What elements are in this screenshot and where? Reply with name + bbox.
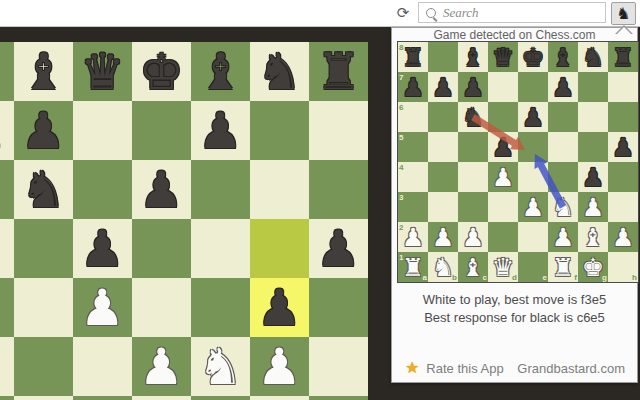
square-b2[interactable]: ♟ xyxy=(0,396,14,400)
square-h8[interactable]: ♜ xyxy=(309,42,368,101)
chessboard-large[interactable]: ♜♝♛♚♝♞♜♟♟♟♟♞♟♟♟♟♟♟♞♟♟♟♟♟♝♟♜♞♝♛♜♚ xyxy=(0,42,368,400)
square-h6 xyxy=(608,102,638,132)
square-a4: 4 xyxy=(398,162,428,192)
black-pawn: ♟ xyxy=(518,102,548,132)
square-g6[interactable] xyxy=(250,160,309,219)
square-e2[interactable] xyxy=(132,396,191,400)
rank-label-6: 6 xyxy=(399,103,403,112)
square-f6 xyxy=(548,102,578,132)
white-pawn[interactable]: ♟ xyxy=(73,278,132,337)
square-f3: ♞ xyxy=(548,192,578,222)
square-d6[interactable] xyxy=(73,160,132,219)
black-bishop: ♝ xyxy=(458,42,488,72)
square-g2[interactable]: ♝ xyxy=(250,396,309,400)
chessboard-mini: ♜8♝♛♚♝♞♜♟7♟♟♟6♞♟5♟♟4♟♟3♟♞♟♟2♟♟♟♝♟♜1a♞b♝c… xyxy=(398,42,638,282)
square-b6[interactable] xyxy=(0,160,14,219)
file-label-a: a xyxy=(423,273,427,282)
square-c8[interactable]: ♝ xyxy=(14,42,73,101)
white-knight: ♞ xyxy=(548,192,578,222)
black-pawn[interactable]: ♟ xyxy=(191,101,250,160)
square-h4 xyxy=(608,162,638,192)
square-c7[interactable]: ♟ xyxy=(14,101,73,160)
white-pawn: ♟ xyxy=(578,192,608,222)
square-g4: ♟ xyxy=(578,162,608,192)
popup-arrow-notch-fill xyxy=(617,27,631,34)
square-b4[interactable] xyxy=(0,278,14,337)
black-king: ♚ xyxy=(518,42,548,72)
white-pawn[interactable]: ♟ xyxy=(132,337,191,396)
white-pawn: ♟ xyxy=(608,222,638,252)
square-d4: ♟ xyxy=(488,162,518,192)
square-e7 xyxy=(518,72,548,102)
square-f2: ♟ xyxy=(548,222,578,252)
square-c8: ♝ xyxy=(458,42,488,72)
square-c7: ♟ xyxy=(458,72,488,102)
popup-header: Game detected on Chess.com xyxy=(392,28,637,41)
black-queen: ♛ xyxy=(488,42,518,72)
square-f7: ♟ xyxy=(548,72,578,102)
black-queen[interactable]: ♛ xyxy=(73,42,132,101)
search-input[interactable] xyxy=(441,4,605,22)
black-pawn[interactable]: ♟ xyxy=(73,219,132,278)
square-g8: ♞ xyxy=(578,42,608,72)
black-knight: ♞ xyxy=(578,42,608,72)
square-b8 xyxy=(428,42,458,72)
square-c3 xyxy=(458,192,488,222)
black-pawn[interactable]: ♟ xyxy=(250,278,309,337)
square-d4[interactable]: ♟ xyxy=(73,278,132,337)
file-label-h: h xyxy=(632,273,637,282)
popup-footer: ★ Rate this App Grandbastard.com xyxy=(405,360,625,376)
square-a5: 5 xyxy=(398,132,428,162)
square-b8[interactable] xyxy=(0,42,14,101)
white-bishop[interactable]: ♝ xyxy=(250,396,309,400)
square-e3[interactable]: ♟ xyxy=(132,337,191,396)
square-a7: ♟7 xyxy=(398,72,428,102)
square-d7[interactable] xyxy=(73,101,132,160)
square-c1: ♝c xyxy=(458,252,488,282)
square-g5[interactable] xyxy=(250,219,309,278)
rate-this-app-link[interactable]: ★ Rate this App xyxy=(405,360,504,376)
square-g2: ♝ xyxy=(578,222,608,252)
square-h5[interactable]: ♟ xyxy=(309,219,368,278)
square-g3: ♟ xyxy=(578,192,608,222)
white-pawn: ♟ xyxy=(548,222,578,252)
square-d5[interactable]: ♟ xyxy=(73,219,132,278)
square-e6: ♟ xyxy=(518,102,548,132)
square-d2[interactable] xyxy=(73,396,132,400)
square-f8[interactable]: ♝ xyxy=(191,42,250,101)
square-c6: ♞ xyxy=(458,102,488,132)
file-label-d: d xyxy=(512,273,517,282)
square-f5 xyxy=(548,132,578,162)
square-e8: ♚ xyxy=(518,42,548,72)
black-rook[interactable]: ♜ xyxy=(309,42,368,101)
black-pawn: ♟ xyxy=(458,72,488,102)
square-h7 xyxy=(608,72,638,102)
black-pawn: ♟ xyxy=(548,72,578,102)
square-b3[interactable] xyxy=(0,337,14,396)
square-d5: ♟ xyxy=(488,132,518,162)
square-h2[interactable]: ♟ xyxy=(309,396,368,400)
best-move-line: White to play, best move is f3e5 xyxy=(392,291,637,309)
file-label-f: f xyxy=(574,273,577,282)
square-e5[interactable] xyxy=(132,219,191,278)
rank-label-8: 8 xyxy=(399,43,403,52)
black-pawn: ♟ xyxy=(578,162,608,192)
black-bishop[interactable]: ♝ xyxy=(191,42,250,101)
square-h3[interactable] xyxy=(309,337,368,396)
square-e6[interactable]: ♟ xyxy=(132,160,191,219)
grandbastard-link[interactable]: Grandbastard.com xyxy=(517,361,625,376)
square-g7 xyxy=(578,72,608,102)
extension-popup: Game detected on Chess.com ♜8♝♛♚♝♞♜♟7♟♟♟… xyxy=(391,27,638,383)
white-pawn[interactable]: ♟ xyxy=(250,337,309,396)
white-pawn: ♟ xyxy=(518,192,548,222)
square-f6[interactable] xyxy=(191,160,250,219)
square-d8[interactable]: ♛ xyxy=(73,42,132,101)
black-knight[interactable]: ♞ xyxy=(14,160,73,219)
black-king[interactable]: ♚ xyxy=(132,42,191,101)
file-label-b: b xyxy=(452,273,457,282)
white-bishop: ♝ xyxy=(578,222,608,252)
file-label-e: e xyxy=(543,273,547,282)
square-d2 xyxy=(488,222,518,252)
square-f7[interactable]: ♟ xyxy=(191,101,250,160)
square-f2[interactable]: ♟ xyxy=(191,396,250,400)
white-pawn: ♟ xyxy=(458,222,488,252)
square-f4[interactable] xyxy=(191,278,250,337)
square-b5 xyxy=(428,132,458,162)
square-e7[interactable] xyxy=(132,101,191,160)
square-b3 xyxy=(428,192,458,222)
rank-label-7: 7 xyxy=(399,73,403,82)
white-pawn[interactable]: ♟ xyxy=(14,396,73,400)
square-c2: ♟ xyxy=(458,222,488,252)
square-d8: ♛ xyxy=(488,42,518,72)
square-b5[interactable] xyxy=(0,219,14,278)
square-e3: ♟ xyxy=(518,192,548,222)
square-h2: ♟ xyxy=(608,222,638,252)
square-b6 xyxy=(428,102,458,132)
square-g4[interactable]: ♟ xyxy=(250,278,309,337)
square-e8[interactable]: ♚ xyxy=(132,42,191,101)
square-f4 xyxy=(548,162,578,192)
rank-label-5: 5 xyxy=(399,133,403,142)
rank-label-2: 2 xyxy=(399,223,403,232)
white-pawn: ♟ xyxy=(428,222,458,252)
square-f8: ♝ xyxy=(548,42,578,72)
search-icon xyxy=(426,8,436,18)
square-a1: ♜1a xyxy=(398,252,428,282)
square-g5 xyxy=(578,132,608,162)
square-c5[interactable] xyxy=(14,219,73,278)
square-h8: ♜ xyxy=(608,42,638,72)
chess-extension-icon[interactable]: ♞ xyxy=(611,2,636,25)
white-knight[interactable]: ♞ xyxy=(191,337,250,396)
square-b7: ♟ xyxy=(428,72,458,102)
square-g1: ♚g xyxy=(578,252,608,282)
black-pawn: ♟ xyxy=(488,132,518,162)
square-e4[interactable] xyxy=(132,278,191,337)
square-h1: h xyxy=(608,252,638,282)
black-pawn[interactable]: ♟ xyxy=(309,219,368,278)
square-a3: 3 xyxy=(398,192,428,222)
square-a8: ♜8 xyxy=(398,42,428,72)
black-bishop: ♝ xyxy=(548,42,578,72)
white-pawn: ♟ xyxy=(488,162,518,192)
square-e1: e xyxy=(518,252,548,282)
square-c4 xyxy=(458,162,488,192)
square-g8[interactable]: ♞ xyxy=(250,42,309,101)
square-e5 xyxy=(518,132,548,162)
black-knight[interactable]: ♞ xyxy=(250,42,309,101)
square-b4 xyxy=(428,162,458,192)
star-icon: ★ xyxy=(405,360,419,376)
black-pawn[interactable]: ♟ xyxy=(132,160,191,219)
square-h6[interactable] xyxy=(309,160,368,219)
white-pawn[interactable]: ♟ xyxy=(309,396,368,400)
rate-label: Rate this App xyxy=(426,361,503,376)
white-pawn[interactable]: ♟ xyxy=(191,396,250,400)
square-g7[interactable] xyxy=(250,101,309,160)
square-c5 xyxy=(458,132,488,162)
square-c6[interactable]: ♞ xyxy=(14,160,73,219)
best-response-line: Best response for black is c6e5 xyxy=(392,309,637,327)
rank-label-1: 1 xyxy=(399,253,403,262)
square-a2: ♟2 xyxy=(398,222,428,252)
black-pawn: ♟ xyxy=(428,72,458,102)
square-h7[interactable] xyxy=(309,101,368,160)
square-h5: ♟ xyxy=(608,132,638,162)
rank-label-4: 4 xyxy=(399,163,403,172)
black-pawn[interactable]: ♟ xyxy=(0,101,14,160)
file-label-c: c xyxy=(483,273,487,282)
square-d7 xyxy=(488,72,518,102)
black-pawn[interactable]: ♟ xyxy=(14,101,73,160)
square-c3[interactable] xyxy=(14,337,73,396)
analysis-text: White to play, best move is f3e5 Best re… xyxy=(392,291,637,327)
square-a6: 6 xyxy=(398,102,428,132)
square-b1: ♞b xyxy=(428,252,458,282)
square-b7[interactable]: ♟ xyxy=(0,101,14,160)
black-rook: ♜ xyxy=(608,42,638,72)
file-label-g: g xyxy=(602,273,607,282)
square-c2[interactable]: ♟ xyxy=(14,396,73,400)
white-pawn[interactable]: ♟ xyxy=(0,396,14,400)
black-bishop[interactable]: ♝ xyxy=(14,42,73,101)
square-e4 xyxy=(518,162,548,192)
black-knight: ♞ xyxy=(458,102,488,132)
search-box[interactable] xyxy=(418,2,606,23)
square-h4[interactable] xyxy=(309,278,368,337)
square-h3 xyxy=(608,192,638,222)
square-d3 xyxy=(488,192,518,222)
chessboard-mini-wrap: ♜8♝♛♚♝♞♜♟7♟♟♟6♞♟5♟♟4♟♟3♟♞♟♟2♟♟♟♝♟♜1a♞b♝c… xyxy=(397,41,639,283)
square-g6 xyxy=(578,102,608,132)
square-c4[interactable] xyxy=(14,278,73,337)
square-d3[interactable] xyxy=(73,337,132,396)
square-f1: ♜f xyxy=(548,252,578,282)
browser-window: ♜♝♛♚♝♞♜♟♟♟♟♞♟♟♟♟♟♟♞♟♟♟♟♟♝♟♜♞♝♛♜♚ ⟳ ♞ Gam… xyxy=(0,0,640,400)
square-d6 xyxy=(488,102,518,132)
square-d1: ♛d xyxy=(488,252,518,282)
browser-toolbar: ⟳ ♞ xyxy=(0,0,640,27)
square-b2: ♟ xyxy=(428,222,458,252)
refresh-icon[interactable]: ⟳ xyxy=(394,3,412,23)
square-f3[interactable]: ♞ xyxy=(191,337,250,396)
square-f5[interactable] xyxy=(191,219,250,278)
rank-label-3: 3 xyxy=(399,193,403,202)
square-g3[interactable]: ♟ xyxy=(250,337,309,396)
square-e2 xyxy=(518,222,548,252)
black-pawn: ♟ xyxy=(608,132,638,162)
